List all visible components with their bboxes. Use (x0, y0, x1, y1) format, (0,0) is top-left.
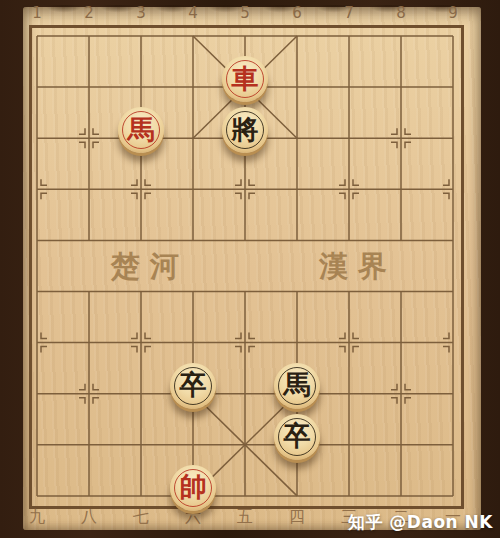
file-label-bottom-5: 五 (237, 509, 253, 525)
file-label-bottom-4: 六 (185, 509, 201, 525)
file-label-bottom-3: 七 (133, 509, 149, 525)
piece-glyph: 帥 (180, 473, 207, 500)
file-label-top-9: 9 (448, 6, 458, 21)
piece-glyph: 卒 (284, 422, 311, 449)
piece-glyph: 將 (232, 116, 259, 143)
file-label-top-2: 2 (84, 6, 94, 21)
file-label-bottom-2: 八 (81, 509, 97, 525)
xiangqi-board-screen: 楚河 漢界 123456789 九八七六五四三二一 車馬將卒馬卒帥 知乎 @Da… (0, 0, 500, 538)
piece-red-general[interactable]: 帥 (170, 465, 216, 511)
file-label-top-1: 1 (32, 6, 42, 21)
river-label-chu-he: 楚河 (101, 252, 189, 281)
file-label-top-5: 5 (240, 6, 250, 21)
river-label-han-jie: 漢界 (309, 252, 397, 281)
file-label-top-8: 8 (396, 6, 406, 21)
file-label-top-4: 4 (188, 6, 198, 21)
piece-glyph: 馬 (128, 116, 155, 143)
piece-glyph: 馬 (284, 371, 311, 398)
file-label-bottom-1: 九 (29, 509, 45, 525)
file-label-top-6: 6 (292, 6, 302, 21)
piece-red-chariot[interactable]: 車 (222, 56, 268, 102)
watermark: 知乎 @Daon NK (348, 511, 493, 534)
piece-red-horse[interactable]: 馬 (118, 107, 164, 153)
file-label-top-7: 7 (344, 6, 354, 21)
piece-black-general[interactable]: 將 (222, 107, 268, 153)
piece-glyph: 車 (232, 65, 259, 92)
piece-glyph: 卒 (180, 371, 207, 398)
piece-black-soldier[interactable]: 卒 (170, 363, 216, 409)
file-label-top-3: 3 (136, 6, 146, 21)
piece-black-soldier[interactable]: 卒 (274, 414, 320, 460)
file-label-bottom-6: 四 (289, 509, 305, 525)
piece-black-horse[interactable]: 馬 (274, 363, 320, 409)
